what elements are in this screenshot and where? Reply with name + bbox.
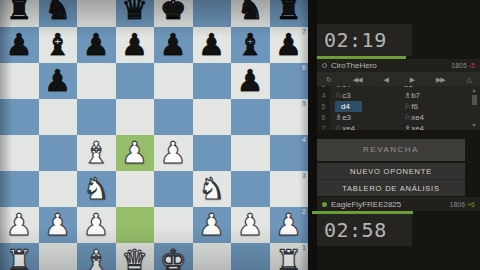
square-d7[interactable]: ♟ — [116, 27, 155, 63]
square-g8[interactable]: ♞ — [231, 0, 270, 27]
move-number: 4 — [317, 90, 330, 101]
move-row: 4♘c3♗b7 — [317, 90, 480, 101]
white-bishop[interactable]: ♝ — [77, 135, 116, 171]
opponent-rating: 1805 -5 — [451, 62, 475, 69]
square-e7[interactable]: ♟ — [154, 27, 193, 63]
square-a3[interactable] — [0, 171, 39, 207]
square-d4[interactable]: ♟ — [116, 135, 155, 171]
replay-toolbar: ↻◀◀◀▶▶▶△ — [317, 72, 480, 86]
black-pawn[interactable]: ♟ — [193, 27, 232, 63]
square-e1[interactable]: ♚ — [154, 243, 193, 270]
black-knight[interactable]: ♞ — [231, 0, 270, 27]
square-g7[interactable]: ♝ — [231, 27, 270, 63]
first-move-icon[interactable]: ◀◀ — [353, 76, 362, 83]
white-pawn[interactable]: ♟ — [116, 135, 155, 171]
player-rating: 1806 +6 — [449, 201, 475, 208]
player-row: EagleFlyFREE2825 1806 +6 — [317, 197, 480, 211]
square-g4[interactable] — [231, 135, 270, 171]
square-g2[interactable]: ♟ — [231, 207, 270, 243]
white-knight[interactable]: ♞ — [193, 171, 232, 207]
square-c4[interactable]: ♝ — [77, 135, 116, 171]
prev-move-icon[interactable]: ◀ — [383, 76, 387, 83]
square-b8[interactable]: ♞ — [39, 0, 78, 27]
square-h6[interactable]: 6 — [270, 63, 309, 99]
move-white[interactable]: ♘xe4 — [330, 124, 399, 130]
white-queen[interactable]: ♛ — [116, 243, 155, 270]
square-b2[interactable]: ♟ — [39, 207, 78, 243]
square-h8[interactable]: ♜8 — [270, 0, 309, 27]
black-pawn[interactable]: ♟ — [0, 27, 39, 63]
black-pawn[interactable]: ♟ — [39, 63, 78, 99]
white-pawn[interactable]: ♟ — [0, 207, 39, 243]
square-f5[interactable] — [193, 99, 232, 135]
square-h4[interactable]: 4 — [270, 135, 309, 171]
square-h1[interactable]: ♜1 — [270, 243, 309, 270]
player-clock: 02:58 — [317, 214, 412, 246]
square-e2[interactable] — [154, 207, 193, 243]
square-d2[interactable] — [116, 207, 155, 243]
move-black[interactable]: ♘xe4 — [399, 113, 468, 122]
black-rook[interactable]: ♜ — [270, 0, 309, 27]
square-e5[interactable] — [154, 99, 193, 135]
scroll-down-icon[interactable]: ▾ — [472, 123, 475, 128]
move-white[interactable]: d4 — [330, 102, 399, 111]
square-f7[interactable]: ♟ — [193, 27, 232, 63]
rank-label-3: 3 — [302, 172, 306, 179]
square-h5[interactable]: 5 — [270, 99, 309, 135]
square-f6[interactable] — [193, 63, 232, 99]
rank-label-1: 1 — [302, 244, 306, 251]
post-game-actions: NUEVO OPONENTE TABLERO DE ANÁLISIS — [317, 163, 465, 196]
square-d3[interactable] — [116, 171, 155, 207]
move-number: 7 — [317, 123, 330, 130]
square-b3[interactable] — [39, 171, 78, 207]
rematch-button[interactable]: REVANCHA — [317, 139, 465, 161]
black-pawn[interactable]: ♟ — [116, 27, 155, 63]
opponent-row: CiroTheHero 1805 -5 — [317, 59, 480, 72]
square-c2[interactable]: ♟ — [77, 207, 116, 243]
board-grid: ♜♞♛♚♞♜8♟♝♟♟♟♟♝♟7♟♟65♝♟♟4♞♞3♟♟♟♟♟♟2♜♝♛♚♜1 — [0, 0, 308, 270]
square-c3[interactable]: ♞ — [77, 171, 116, 207]
new-opponent-button[interactable]: NUEVO OPONENTE — [317, 163, 465, 179]
square-a4[interactable] — [0, 135, 39, 171]
square-e4[interactable]: ♟ — [154, 135, 193, 171]
square-c5[interactable] — [77, 99, 116, 135]
square-e8[interactable]: ♚ — [154, 0, 193, 27]
rank-label-2: 2 — [302, 208, 306, 215]
square-h2[interactable]: ♟2 — [270, 207, 309, 243]
square-d6[interactable] — [116, 63, 155, 99]
move-number: 6 — [317, 112, 330, 123]
player-name[interactable]: EagleFlyFREE2825 — [331, 200, 401, 209]
opponent-name[interactable]: CiroTheHero — [331, 61, 377, 70]
square-a5[interactable] — [0, 99, 39, 135]
black-bishop[interactable]: ♝ — [39, 27, 78, 63]
scrollbar-thumb[interactable] — [472, 95, 477, 105]
panel-divider — [308, 0, 317, 270]
rank-label-7: 7 — [302, 28, 306, 35]
rank-label-5: 5 — [302, 100, 306, 107]
move-white[interactable]: ♗e3 — [330, 113, 399, 122]
square-c7[interactable]: ♟ — [77, 27, 116, 63]
next-move-icon[interactable]: ▶ — [410, 76, 414, 83]
square-b6[interactable]: ♟ — [39, 63, 78, 99]
square-g1[interactable] — [231, 243, 270, 270]
sidebar: 02:19 CiroTheHero 1805 -5 ↻◀◀◀▶▶▶△ 3♗c4b… — [317, 0, 480, 270]
square-e3[interactable] — [154, 171, 193, 207]
scroll-up-icon[interactable]: ▴ — [472, 88, 475, 93]
rank-label-4: 4 — [302, 136, 306, 143]
flip-board-icon[interactable]: ↻ — [326, 76, 331, 83]
square-b7[interactable]: ♝ — [39, 27, 78, 63]
offline-status-icon — [322, 63, 327, 68]
player-rating-value: 1806 — [449, 201, 465, 208]
white-pawn[interactable]: ♟ — [77, 207, 116, 243]
move-list-scrollbar[interactable]: ▴ ▾ — [471, 88, 477, 128]
move-black[interactable]: ♗b7 — [399, 91, 468, 100]
square-e6[interactable] — [154, 63, 193, 99]
square-c1[interactable]: ♝ — [77, 243, 116, 270]
analysis-icon[interactable]: △ — [467, 76, 471, 83]
move-black[interactable]: ♘f6 — [399, 102, 468, 111]
square-h7[interactable]: ♟7 — [270, 27, 309, 63]
opponent-rating-value: 1805 — [451, 62, 467, 69]
white-bishop[interactable]: ♝ — [77, 243, 116, 270]
move-white[interactable]: ♘c3 — [330, 91, 399, 100]
square-c6[interactable] — [77, 63, 116, 99]
move-list-rows: 3♗c4b64♘c3♗b75d4♘f66♗e3♘xe47♘xe4♗xe4 — [317, 86, 480, 130]
black-knight[interactable]: ♞ — [39, 0, 78, 27]
white-rook[interactable]: ♜ — [0, 243, 39, 270]
square-a1[interactable]: ♜ — [0, 243, 39, 270]
square-f2[interactable]: ♟ — [193, 207, 232, 243]
move-black[interactable]: b6 — [399, 86, 468, 89]
white-pawn[interactable]: ♟ — [231, 207, 270, 243]
white-knight[interactable]: ♞ — [77, 171, 116, 207]
black-king[interactable]: ♚ — [154, 0, 193, 27]
chess-board: ♜♞♛♚♞♜8♟♝♟♟♟♟♝♟7♟♟65♝♟♟4♞♞3♟♟♟♟♟♟2♜♝♛♚♜1 — [0, 0, 308, 270]
player-rating-change: +6 — [467, 201, 475, 208]
rank-label-6: 6 — [302, 64, 306, 71]
analysis-board-button[interactable]: TABLERO DE ANÁLISIS — [317, 179, 465, 196]
square-d5[interactable] — [116, 99, 155, 135]
square-g6[interactable]: ♟ — [231, 63, 270, 99]
opponent-rating-change: -5 — [469, 62, 475, 69]
square-f4[interactable] — [193, 135, 232, 171]
game-window: ♜♞♛♚♞♜8♟♝♟♟♟♟♝♟7♟♟65♝♟♟4♞♞3♟♟♟♟♟♟2♜♝♛♚♜1… — [0, 0, 480, 270]
white-pawn[interactable]: ♟ — [154, 135, 193, 171]
opponent-clock: 02:19 — [317, 24, 412, 56]
square-f8[interactable] — [193, 0, 232, 27]
white-pawn[interactable]: ♟ — [39, 207, 78, 243]
square-d1[interactable]: ♛ — [116, 243, 155, 270]
square-c8[interactable] — [77, 0, 116, 27]
move-number: 5 — [317, 101, 330, 112]
square-d8[interactable]: ♛ — [116, 0, 155, 27]
square-a7[interactable]: ♟ — [0, 27, 39, 63]
square-b5[interactable] — [39, 99, 78, 135]
square-f1[interactable] — [193, 243, 232, 270]
move-row: 5d4♘f6 — [317, 101, 480, 112]
square-a8[interactable]: ♜ — [0, 0, 39, 27]
square-b4[interactable] — [39, 135, 78, 171]
last-move-icon[interactable]: ▶▶ — [436, 76, 445, 83]
square-a6[interactable] — [0, 63, 39, 99]
square-b1[interactable] — [39, 243, 78, 270]
black-bishop[interactable]: ♝ — [231, 27, 270, 63]
move-white[interactable]: ♗c4 — [330, 86, 399, 89]
black-pawn[interactable]: ♟ — [154, 27, 193, 63]
square-f3[interactable]: ♞ — [193, 171, 232, 207]
white-king[interactable]: ♚ — [154, 243, 193, 270]
square-g3[interactable] — [231, 171, 270, 207]
online-status-icon — [322, 202, 327, 207]
white-pawn[interactable]: ♟ — [193, 207, 232, 243]
move-list[interactable]: 3♗c4b64♘c3♗b75d4♘f66♗e3♘xe47♘xe4♗xe4 ▴ ▾ — [317, 86, 480, 130]
black-rook[interactable]: ♜ — [0, 0, 39, 27]
black-pawn[interactable]: ♟ — [231, 63, 270, 99]
move-black[interactable]: ♗xe4 — [399, 124, 468, 130]
black-queen[interactable]: ♛ — [116, 0, 155, 27]
black-pawn[interactable]: ♟ — [77, 27, 116, 63]
move-row: 6♗e3♘xe4 — [317, 112, 480, 123]
square-h3[interactable]: 3 — [270, 171, 309, 207]
square-g5[interactable] — [231, 99, 270, 135]
square-a2[interactable]: ♟ — [0, 207, 39, 243]
move-row: 7♘xe4♗xe4 — [317, 123, 480, 130]
